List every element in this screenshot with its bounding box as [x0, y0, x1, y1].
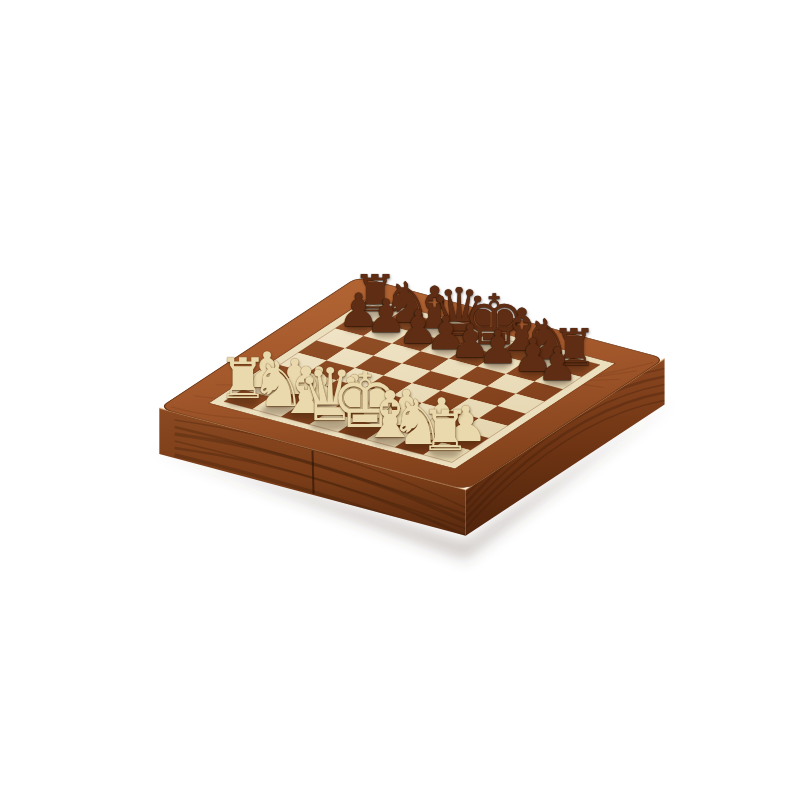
fold-seam — [313, 451, 314, 494]
chess-set-product-photo: ♜♞♟♝♟♛♟♚♟♝♟♞♟♜♟♟♟♟♜♟♞♟♝♟♛♟♚♟♝♟♞♜ — [0, 0, 800, 800]
chess-board-3d — [0, 0, 800, 800]
